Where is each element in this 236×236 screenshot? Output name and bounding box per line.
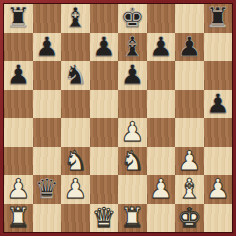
square-g5[interactable]	[175, 90, 204, 119]
square-a2[interactable]: ♟	[4, 175, 33, 204]
square-f3[interactable]	[147, 147, 176, 176]
piece-white-pawn[interactable]: ♟	[120, 118, 144, 147]
square-b1[interactable]	[33, 204, 62, 233]
square-f2[interactable]: ♟	[147, 175, 176, 204]
square-f4[interactable]	[147, 118, 176, 147]
square-h2[interactable]: ♟	[204, 175, 233, 204]
square-b4[interactable]	[33, 118, 62, 147]
piece-white-rook[interactable]: ♜	[6, 204, 30, 233]
square-e2[interactable]	[118, 175, 147, 204]
piece-white-king[interactable]: ♚	[177, 204, 201, 233]
square-g2[interactable]: ♝	[175, 175, 204, 204]
square-h5[interactable]: ♟	[204, 90, 233, 119]
square-d1[interactable]: ♛	[90, 204, 119, 233]
square-g7[interactable]: ♟	[175, 33, 204, 62]
square-c1[interactable]	[61, 204, 90, 233]
square-c4[interactable]	[61, 118, 90, 147]
piece-white-pawn[interactable]: ♟	[149, 175, 173, 204]
square-g8[interactable]	[175, 4, 204, 33]
piece-white-queen[interactable]: ♛	[92, 204, 116, 233]
piece-white-knight[interactable]: ♞	[120, 147, 144, 176]
square-e1[interactable]: ♜	[118, 204, 147, 233]
square-c2[interactable]: ♟	[61, 175, 90, 204]
square-g4[interactable]	[175, 118, 204, 147]
piece-black-bishop[interactable]: ♝	[120, 33, 144, 62]
piece-black-pawn[interactable]: ♟	[6, 61, 30, 90]
square-a4[interactable]	[4, 118, 33, 147]
square-h6[interactable]	[204, 61, 233, 90]
square-d4[interactable]	[90, 118, 119, 147]
square-e3[interactable]: ♞	[118, 147, 147, 176]
square-h1[interactable]	[204, 204, 233, 233]
square-d7[interactable]: ♟	[90, 33, 119, 62]
square-f7[interactable]: ♟	[147, 33, 176, 62]
square-d2[interactable]	[90, 175, 119, 204]
square-e6[interactable]: ♟	[118, 61, 147, 90]
square-g6[interactable]	[175, 61, 204, 90]
piece-black-pawn[interactable]: ♟	[206, 90, 230, 119]
square-e4[interactable]: ♟	[118, 118, 147, 147]
piece-white-pawn[interactable]: ♟	[63, 175, 87, 204]
square-b7[interactable]: ♟	[33, 33, 62, 62]
piece-white-bishop[interactable]: ♝	[177, 175, 201, 204]
square-b8[interactable]	[33, 4, 62, 33]
piece-black-bishop[interactable]: ♝	[63, 4, 87, 33]
piece-black-queen[interactable]: ♛	[35, 175, 59, 204]
piece-black-pawn[interactable]: ♟	[120, 61, 144, 90]
square-a6[interactable]: ♟	[4, 61, 33, 90]
square-h4[interactable]	[204, 118, 233, 147]
square-h8[interactable]: ♜	[204, 4, 233, 33]
square-a5[interactable]	[4, 90, 33, 119]
square-e5[interactable]	[118, 90, 147, 119]
piece-black-knight[interactable]: ♞	[63, 61, 87, 90]
square-c3[interactable]: ♞	[61, 147, 90, 176]
piece-black-king[interactable]: ♚	[120, 4, 144, 33]
square-a3[interactable]	[4, 147, 33, 176]
square-c8[interactable]: ♝	[61, 4, 90, 33]
square-b6[interactable]	[33, 61, 62, 90]
piece-black-pawn[interactable]: ♟	[35, 33, 59, 62]
square-g1[interactable]: ♚	[175, 204, 204, 233]
square-b5[interactable]	[33, 90, 62, 119]
square-f8[interactable]	[147, 4, 176, 33]
piece-white-pawn[interactable]: ♟	[206, 175, 230, 204]
square-f6[interactable]	[147, 61, 176, 90]
piece-black-pawn[interactable]: ♟	[149, 33, 173, 62]
square-b3[interactable]	[33, 147, 62, 176]
piece-white-knight[interactable]: ♞	[63, 147, 87, 176]
square-d8[interactable]	[90, 4, 119, 33]
square-e8[interactable]: ♚	[118, 4, 147, 33]
board-frame: ♜♝♚♜♟♟♝♟♟♟♞♟♟♟♞♞♟♟♛♟♟♝♟♜♛♜♚	[0, 0, 236, 236]
square-f1[interactable]	[147, 204, 176, 233]
piece-black-rook[interactable]: ♜	[206, 4, 230, 33]
square-d5[interactable]	[90, 90, 119, 119]
square-e7[interactable]: ♝	[118, 33, 147, 62]
square-g3[interactable]: ♟	[175, 147, 204, 176]
square-h3[interactable]	[204, 147, 233, 176]
square-a7[interactable]	[4, 33, 33, 62]
piece-black-pawn[interactable]: ♟	[92, 33, 116, 62]
piece-white-pawn[interactable]: ♟	[6, 175, 30, 204]
chess-board: ♜♝♚♜♟♟♝♟♟♟♞♟♟♟♞♞♟♟♛♟♟♝♟♜♛♜♚	[4, 4, 232, 232]
square-h7[interactable]	[204, 33, 233, 62]
square-d3[interactable]	[90, 147, 119, 176]
square-d6[interactable]	[90, 61, 119, 90]
square-c5[interactable]	[61, 90, 90, 119]
piece-black-rook[interactable]: ♜	[6, 4, 30, 33]
piece-white-pawn[interactable]: ♟	[177, 147, 201, 176]
square-a1[interactable]: ♜	[4, 204, 33, 233]
piece-white-rook[interactable]: ♜	[120, 204, 144, 233]
square-b2[interactable]: ♛	[33, 175, 62, 204]
piece-black-pawn[interactable]: ♟	[177, 33, 201, 62]
square-c7[interactable]	[61, 33, 90, 62]
square-c6[interactable]: ♞	[61, 61, 90, 90]
square-f5[interactable]	[147, 90, 176, 119]
square-a8[interactable]: ♜	[4, 4, 33, 33]
